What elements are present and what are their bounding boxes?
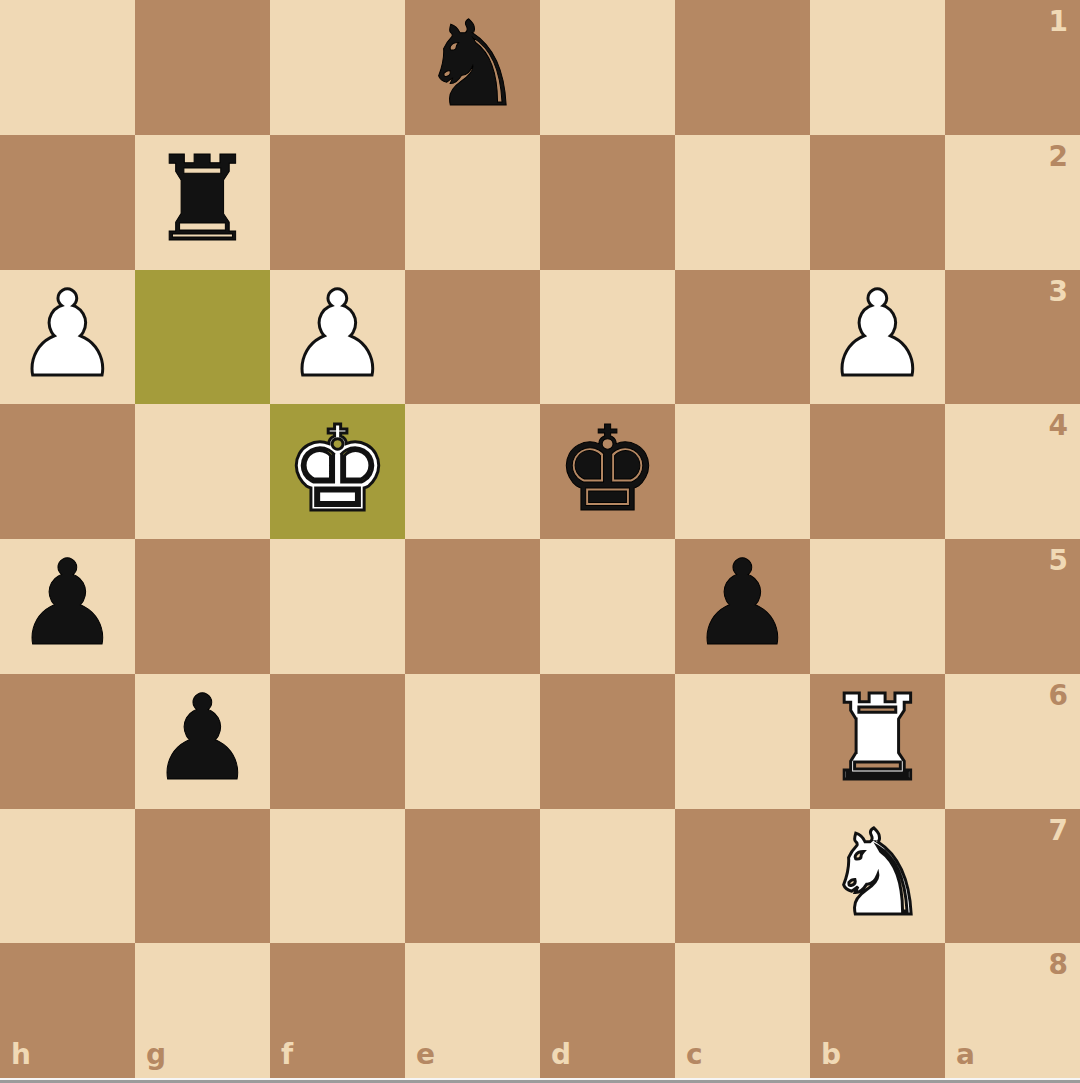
square-f5[interactable] xyxy=(270,539,405,674)
file-label-e: e xyxy=(416,1041,435,1069)
square-a6[interactable]: 6 xyxy=(945,674,1080,809)
square-h1[interactable] xyxy=(0,0,135,135)
square-a7[interactable]: 7 xyxy=(945,809,1080,944)
rank-label-8: 8 xyxy=(1049,951,1068,979)
square-e5[interactable] xyxy=(405,539,540,674)
square-g5[interactable] xyxy=(135,539,270,674)
square-b6[interactable]: ♜ xyxy=(810,674,945,809)
square-a3[interactable]: 3 xyxy=(945,270,1080,405)
square-e7[interactable] xyxy=(405,809,540,944)
rank-label-4: 4 xyxy=(1049,412,1068,440)
square-g8[interactable]: g xyxy=(135,943,270,1078)
file-label-h: h xyxy=(11,1041,31,1069)
square-d6[interactable] xyxy=(540,674,675,809)
square-h7[interactable] xyxy=(0,809,135,944)
square-d3[interactable] xyxy=(540,270,675,405)
square-g3[interactable] xyxy=(135,270,270,405)
file-label-d: d xyxy=(551,1041,571,1069)
square-c5[interactable]: ♟ xyxy=(675,539,810,674)
square-b8[interactable]: b xyxy=(810,943,945,1078)
square-d2[interactable] xyxy=(540,135,675,270)
square-h5[interactable]: ♟ xyxy=(0,539,135,674)
square-f8[interactable]: f xyxy=(270,943,405,1078)
black-knight[interactable]: ♞ xyxy=(420,5,526,123)
square-e4[interactable] xyxy=(405,404,540,539)
rank-label-5: 5 xyxy=(1049,547,1068,575)
file-label-f: f xyxy=(281,1041,293,1069)
square-b2[interactable] xyxy=(810,135,945,270)
square-c2[interactable] xyxy=(675,135,810,270)
white-king[interactable]: ♚ xyxy=(285,410,391,528)
rank-label-3: 3 xyxy=(1049,278,1068,306)
square-c8[interactable]: c xyxy=(675,943,810,1078)
rank-label-1: 1 xyxy=(1049,8,1068,36)
square-c1[interactable] xyxy=(675,0,810,135)
square-e6[interactable] xyxy=(405,674,540,809)
black-rook[interactable]: ♜ xyxy=(150,140,256,258)
square-f3[interactable]: ♟ xyxy=(270,270,405,405)
file-label-b: b xyxy=(821,1041,841,1069)
square-f2[interactable] xyxy=(270,135,405,270)
square-g7[interactable] xyxy=(135,809,270,944)
square-b7[interactable]: ♞ xyxy=(810,809,945,944)
square-f7[interactable] xyxy=(270,809,405,944)
square-h3[interactable]: ♟ xyxy=(0,270,135,405)
square-c4[interactable] xyxy=(675,404,810,539)
rank-label-7: 7 xyxy=(1049,817,1068,845)
square-a4[interactable]: 4 xyxy=(945,404,1080,539)
square-e2[interactable] xyxy=(405,135,540,270)
square-h2[interactable] xyxy=(0,135,135,270)
square-e3[interactable] xyxy=(405,270,540,405)
square-a5[interactable]: 5 xyxy=(945,539,1080,674)
board-bottom-edge xyxy=(0,1078,1080,1083)
square-f4[interactable]: ♚ xyxy=(270,404,405,539)
square-d1[interactable] xyxy=(540,0,675,135)
square-g2[interactable]: ♜ xyxy=(135,135,270,270)
square-d8[interactable]: d xyxy=(540,943,675,1078)
square-h8[interactable]: h xyxy=(0,943,135,1078)
square-e1[interactable]: ♞ xyxy=(405,0,540,135)
square-c3[interactable] xyxy=(675,270,810,405)
white-pawn[interactable]: ♟ xyxy=(285,275,391,393)
square-d7[interactable] xyxy=(540,809,675,944)
white-pawn[interactable]: ♟ xyxy=(825,275,931,393)
square-f1[interactable] xyxy=(270,0,405,135)
square-d4[interactable]: ♚ xyxy=(540,404,675,539)
black-pawn[interactable]: ♟ xyxy=(150,679,256,797)
square-b5[interactable] xyxy=(810,539,945,674)
white-pawn[interactable]: ♟ xyxy=(15,275,121,393)
black-pawn[interactable]: ♟ xyxy=(15,544,121,662)
square-a8[interactable]: a8 xyxy=(945,943,1080,1078)
square-c7[interactable] xyxy=(675,809,810,944)
rank-label-6: 6 xyxy=(1049,682,1068,710)
black-pawn[interactable]: ♟ xyxy=(690,544,796,662)
square-b3[interactable]: ♟ xyxy=(810,270,945,405)
square-f6[interactable] xyxy=(270,674,405,809)
square-h4[interactable] xyxy=(0,404,135,539)
square-a1[interactable]: 1 xyxy=(945,0,1080,135)
square-g6[interactable]: ♟ xyxy=(135,674,270,809)
square-g1[interactable] xyxy=(135,0,270,135)
rank-label-2: 2 xyxy=(1049,143,1068,171)
square-d5[interactable] xyxy=(540,539,675,674)
white-rook[interactable]: ♜ xyxy=(825,679,931,797)
square-h6[interactable] xyxy=(0,674,135,809)
square-e8[interactable]: e xyxy=(405,943,540,1078)
square-b4[interactable] xyxy=(810,404,945,539)
chess-board: ♞1♜2♟♟♟3♚♚4♟♟5♟♜6♞7hgfedcba8 xyxy=(0,0,1080,1078)
square-g4[interactable] xyxy=(135,404,270,539)
square-b1[interactable] xyxy=(810,0,945,135)
file-label-c: c xyxy=(686,1041,703,1069)
file-label-a: a xyxy=(956,1041,975,1069)
square-a2[interactable]: 2 xyxy=(945,135,1080,270)
black-king[interactable]: ♚ xyxy=(555,410,661,528)
square-c6[interactable] xyxy=(675,674,810,809)
file-label-g: g xyxy=(146,1041,166,1069)
white-knight[interactable]: ♞ xyxy=(825,814,931,932)
